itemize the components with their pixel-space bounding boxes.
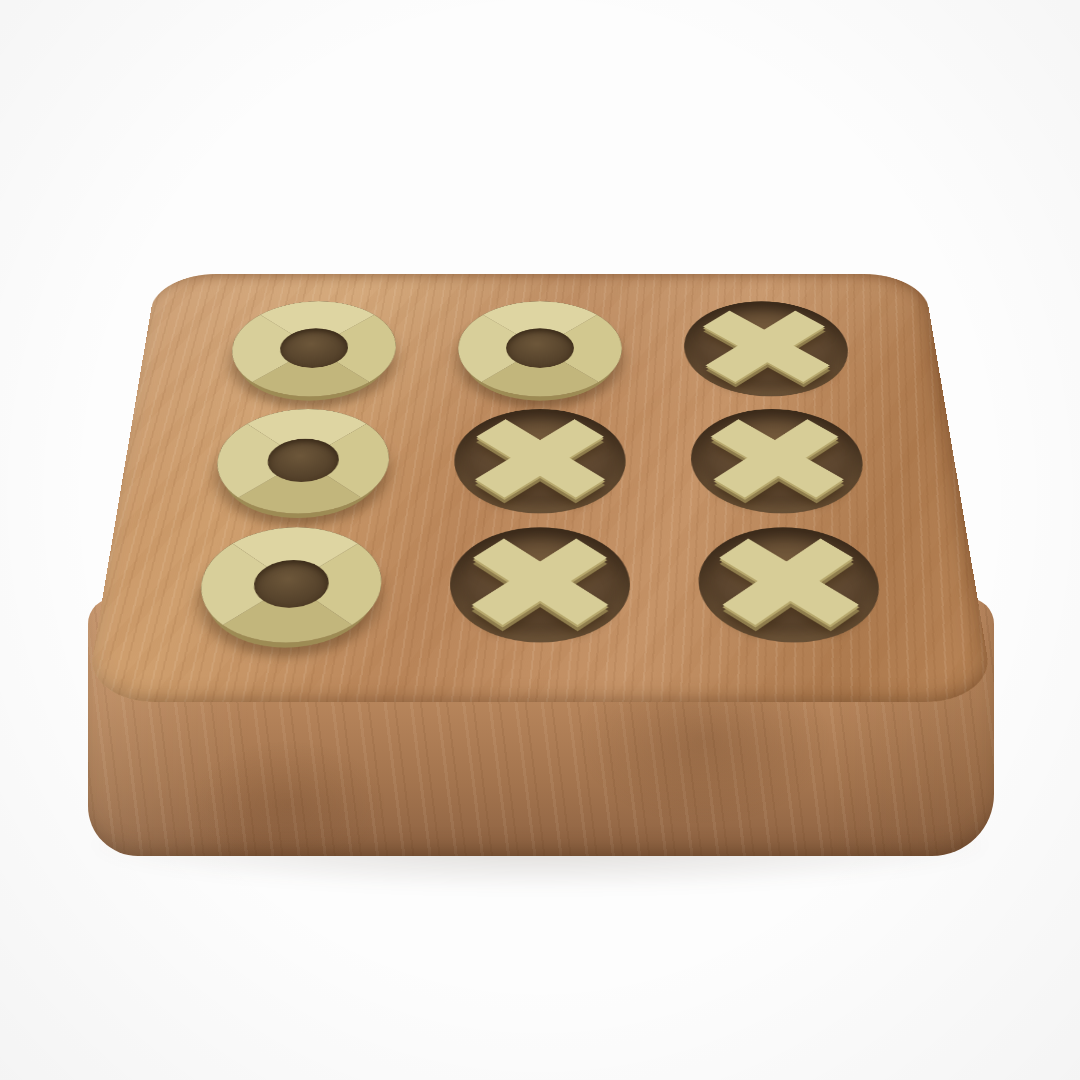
board-cell[interactable]: ✖ [661, 520, 922, 650]
board-cell[interactable]: ✖ [650, 296, 886, 403]
board-cell[interactable]: ✖ [419, 403, 662, 521]
o-piece[interactable] [457, 301, 624, 396]
board-cell[interactable]: ✖ [656, 403, 904, 521]
board-cell[interactable]: ✖ [176, 403, 424, 521]
x-piece[interactable]: ✖ [685, 296, 850, 403]
x-piece[interactable]: ✖ [700, 520, 882, 650]
board-cell[interactable]: ✖ [157, 520, 418, 650]
x-piece[interactable]: ✖ [453, 520, 627, 650]
board-cell[interactable]: ✖ [412, 520, 667, 650]
product-photo: ✖ ✖ ✖ ✖ ✖ ✖ ✖ [0, 0, 1080, 1080]
x-piece[interactable]: ✖ [457, 403, 623, 521]
x-piece[interactable]: ✖ [692, 403, 865, 521]
o-piece[interactable] [226, 301, 399, 396]
o-piece[interactable] [211, 409, 392, 513]
board-cell[interactable]: ✖ [424, 296, 655, 403]
tic-tac-toe-board: ✖ ✖ ✖ ✖ ✖ ✖ ✖ [85, 274, 995, 702]
o-piece[interactable] [194, 527, 385, 642]
board-cell[interactable]: ✖ [193, 296, 429, 403]
